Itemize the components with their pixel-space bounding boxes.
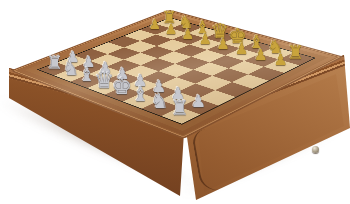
drawer-knob-icon — [312, 146, 319, 153]
chess-set-photo: ♜♞♝♛♚♝♞♜♟♟♟♟♟♟♟♟♟♟♟♟♟♟♟♟♜♞♝♛♚♝♞♜ — [0, 0, 350, 204]
